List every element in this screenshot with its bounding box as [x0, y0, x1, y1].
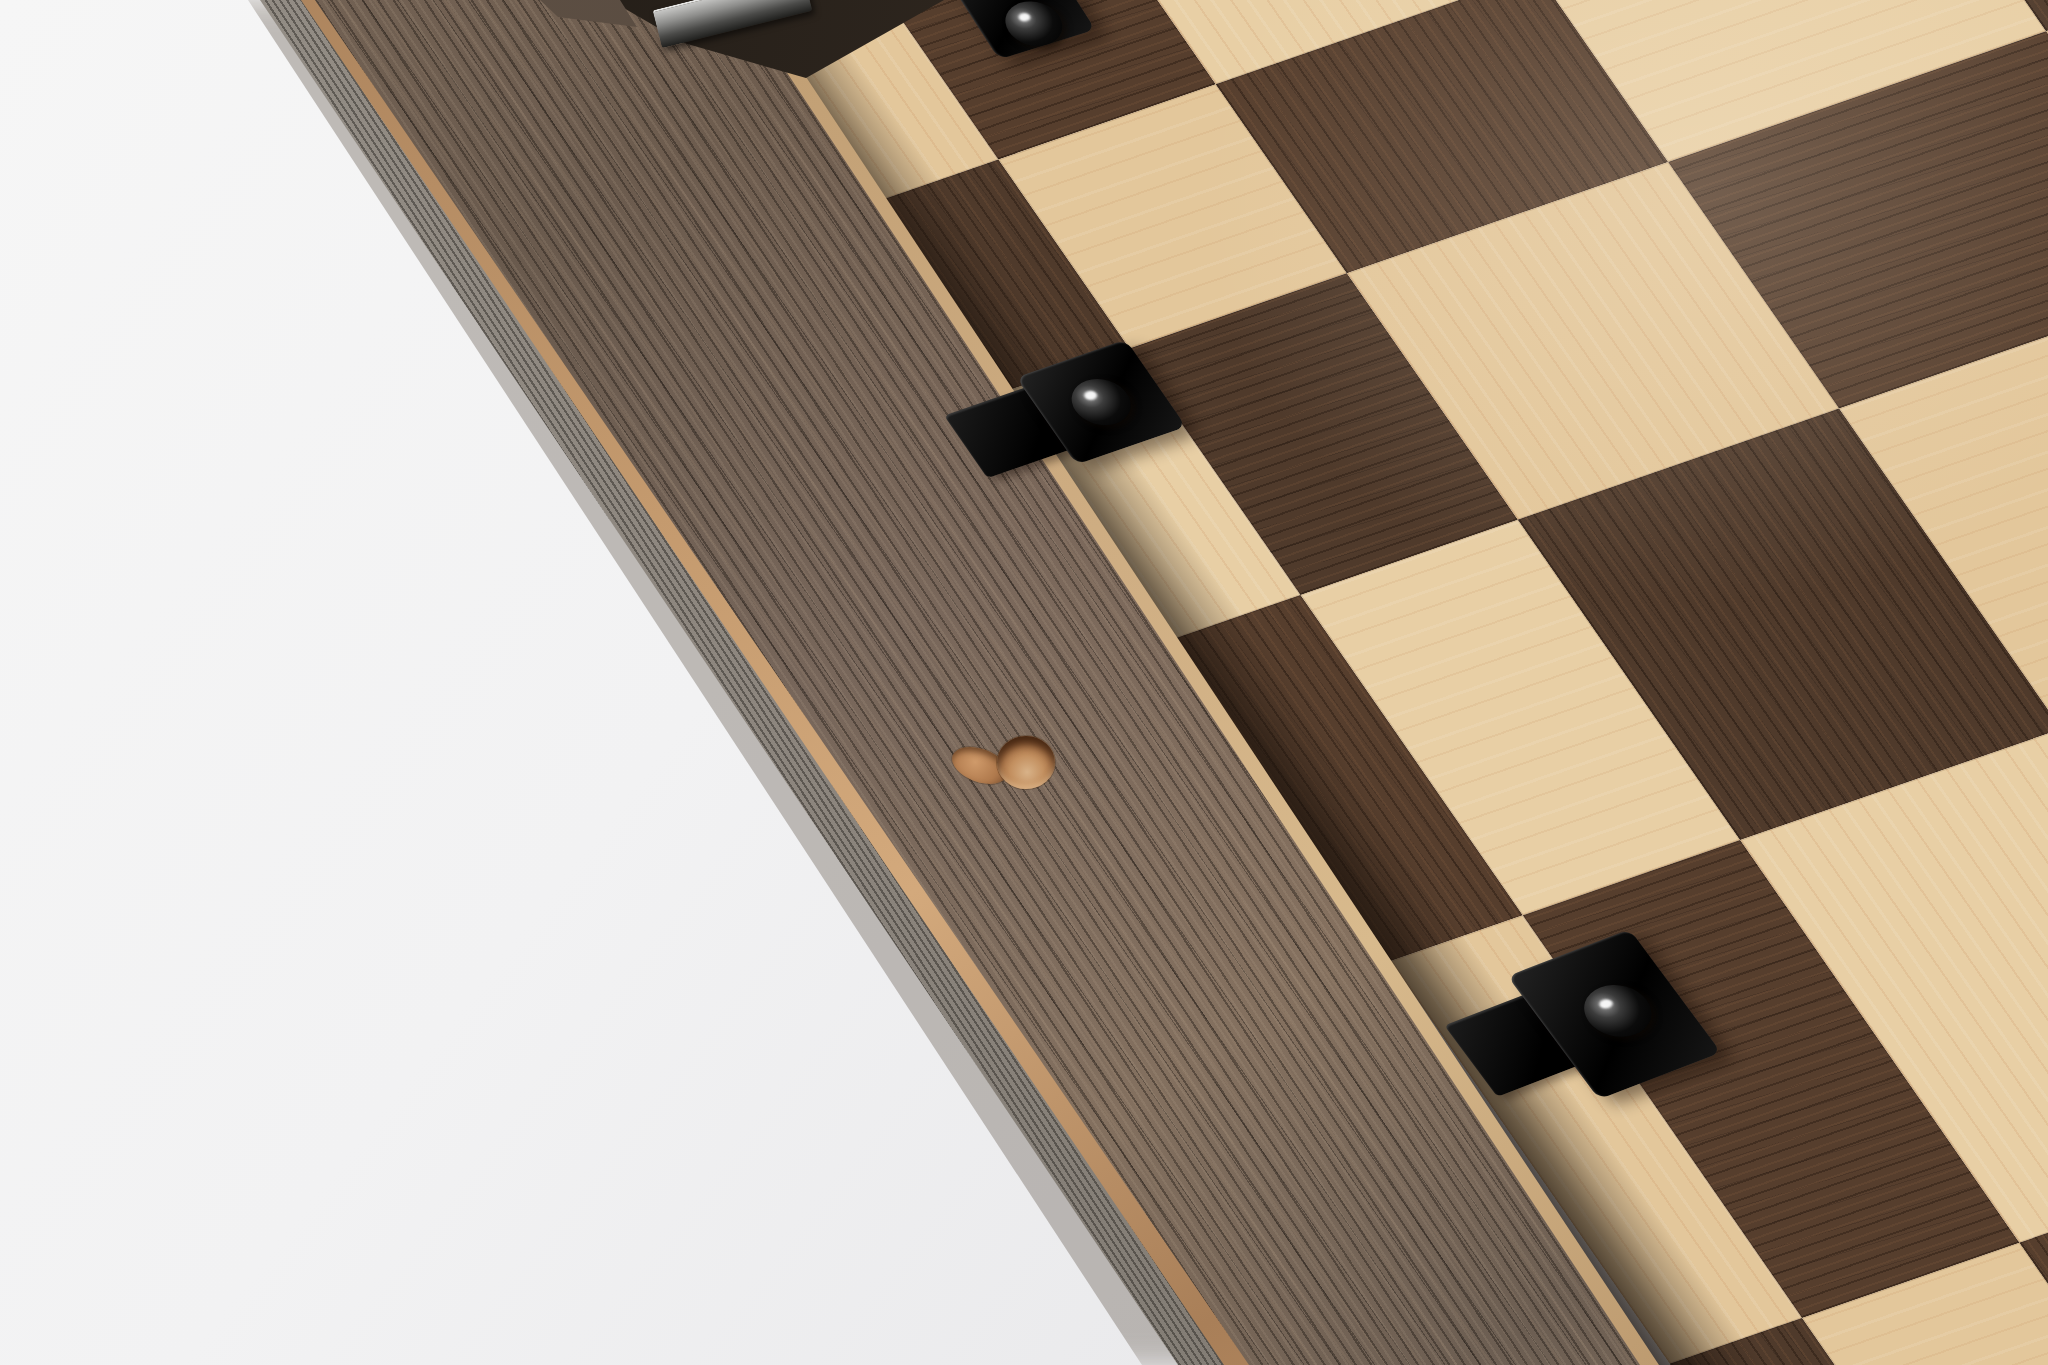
chessboard-photo — [0, 0, 2048, 1365]
clip-left-lower-screw-highlight — [1596, 997, 1615, 1010]
clip-left-upper-screw-highlight — [1083, 390, 1100, 402]
frame-hole — [997, 736, 1055, 789]
clip-top-screw-highlight — [1016, 12, 1032, 23]
